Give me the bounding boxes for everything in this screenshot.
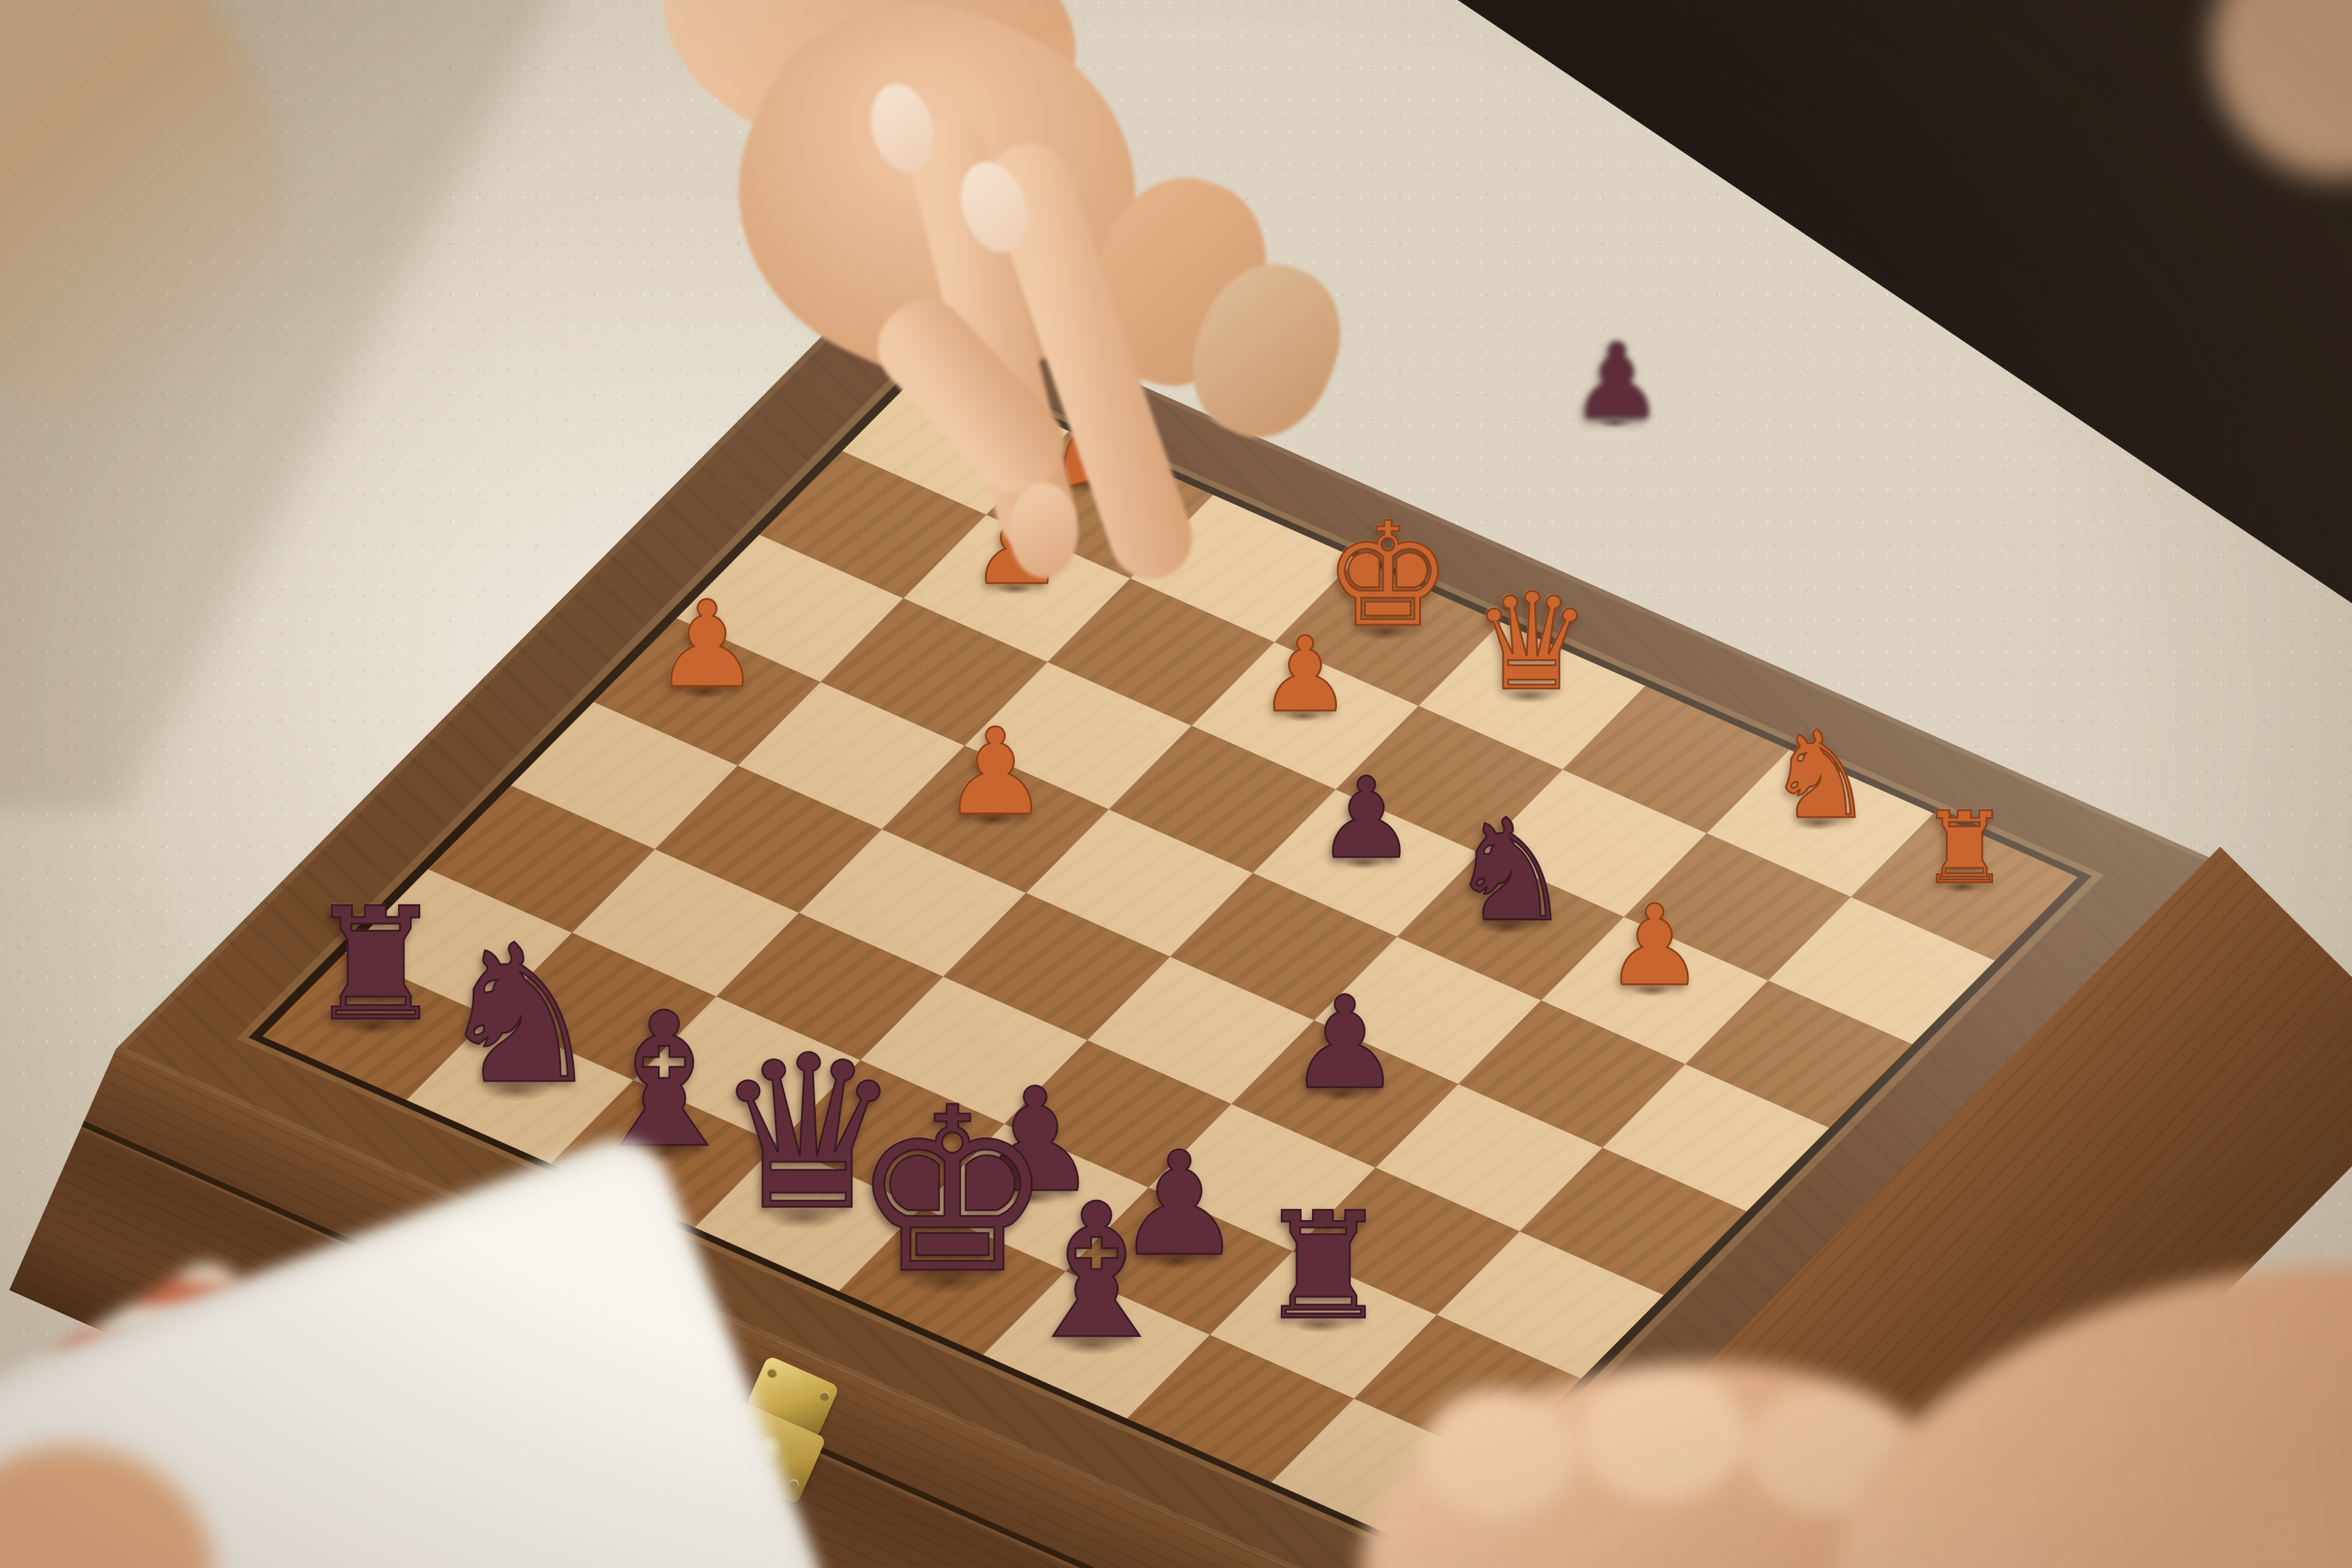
viewport: ♚♛♞♜♟♟♟♟♟♟♜♞♝♛♚♝♟♟♜♟♞♟♟♟ [0, 0, 2352, 1568]
clothing [0, 0, 2352, 1568]
scene: ♚♛♞♜♟♟♟♟♟♟♜♞♝♛♚♝♟♟♜♟♞♟♟♟ [0, 0, 2352, 1568]
